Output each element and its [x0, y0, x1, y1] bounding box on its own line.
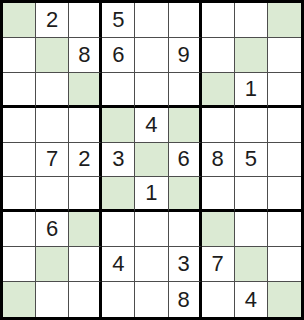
cell-r9c7[interactable]	[202, 282, 235, 317]
cell-r3c2[interactable]	[36, 73, 69, 108]
cell-r1c4-given-5[interactable]: 5	[102, 3, 135, 38]
cell-r8c9[interactable]	[268, 247, 301, 282]
cell-r2c2[interactable]	[36, 38, 69, 73]
cell-r8c8[interactable]	[235, 247, 268, 282]
cell-r4c9[interactable]	[268, 108, 301, 143]
cell-r9c8-given-4[interactable]: 4	[235, 282, 268, 317]
cell-r1c6[interactable]	[169, 3, 202, 38]
cell-r3c4[interactable]	[102, 73, 135, 108]
cell-r8c6-given-3[interactable]: 3	[169, 247, 202, 282]
cell-r1c3[interactable]	[69, 3, 102, 38]
cell-r8c4-given-4[interactable]: 4	[102, 247, 135, 282]
cell-r8c1[interactable]	[3, 247, 36, 282]
cell-r9c1[interactable]	[3, 282, 36, 317]
cell-r1c9[interactable]	[268, 3, 301, 38]
cell-r5c4-given-3[interactable]: 3	[102, 143, 135, 178]
cell-r3c8-given-1[interactable]: 1	[235, 73, 268, 108]
cell-r8c5[interactable]	[135, 247, 168, 282]
cell-r8c2[interactable]	[36, 247, 69, 282]
cell-r8c7-given-7[interactable]: 7	[202, 247, 235, 282]
cell-r4c3[interactable]	[69, 108, 102, 143]
cell-r3c3[interactable]	[69, 73, 102, 108]
cell-r1c1[interactable]	[3, 3, 36, 38]
cell-r6c3[interactable]	[69, 177, 102, 212]
cell-r2c5[interactable]	[135, 38, 168, 73]
cell-r2c4-given-6[interactable]: 6	[102, 38, 135, 73]
cell-r1c7[interactable]	[202, 3, 235, 38]
cell-r5c2-given-7[interactable]: 7	[36, 143, 69, 178]
cell-r8c3[interactable]	[69, 247, 102, 282]
cell-r7c9[interactable]	[268, 212, 301, 247]
cell-r7c1[interactable]	[3, 212, 36, 247]
cell-r1c5[interactable]	[135, 3, 168, 38]
cell-r4c2[interactable]	[36, 108, 69, 143]
cell-r6c9[interactable]	[268, 177, 301, 212]
cell-r9c3[interactable]	[69, 282, 102, 317]
cell-r6c7[interactable]	[202, 177, 235, 212]
cell-r4c7[interactable]	[202, 108, 235, 143]
cell-r6c2[interactable]	[36, 177, 69, 212]
cell-r2c8[interactable]	[235, 38, 268, 73]
cell-r7c7[interactable]	[202, 212, 235, 247]
cell-r5c3-given-2[interactable]: 2	[69, 143, 102, 178]
cell-r7c5[interactable]	[135, 212, 168, 247]
cell-r6c5-given-1[interactable]: 1	[135, 177, 168, 212]
cell-r7c8[interactable]	[235, 212, 268, 247]
cell-r7c6[interactable]	[169, 212, 202, 247]
cell-r1c8[interactable]	[235, 3, 268, 38]
cell-r5c6-given-6[interactable]: 6	[169, 143, 202, 178]
cell-r2c7[interactable]	[202, 38, 235, 73]
cell-r3c5[interactable]	[135, 73, 168, 108]
cell-r3c7[interactable]	[202, 73, 235, 108]
cell-r4c4[interactable]	[102, 108, 135, 143]
cell-r3c9[interactable]	[268, 73, 301, 108]
cell-r7c3[interactable]	[69, 212, 102, 247]
cell-r7c4[interactable]	[102, 212, 135, 247]
cell-r1c2-given-2[interactable]: 2	[36, 3, 69, 38]
cell-r7c2-given-6[interactable]: 6	[36, 212, 69, 247]
cell-r9c9[interactable]	[268, 282, 301, 317]
cell-r2c3-given-8[interactable]: 8	[69, 38, 102, 73]
cell-r2c9[interactable]	[268, 38, 301, 73]
cell-r4c5-given-4[interactable]: 4	[135, 108, 168, 143]
cell-r3c1[interactable]	[3, 73, 36, 108]
cell-r9c2[interactable]	[36, 282, 69, 317]
cell-r5c9[interactable]	[268, 143, 301, 178]
cell-r5c7-given-8[interactable]: 8	[202, 143, 235, 178]
sudoku-board: 25869147236851643784	[0, 0, 304, 320]
cell-r4c8[interactable]	[235, 108, 268, 143]
cell-r9c6-given-8[interactable]: 8	[169, 282, 202, 317]
cell-r9c4[interactable]	[102, 282, 135, 317]
cell-r4c6[interactable]	[169, 108, 202, 143]
cell-r9c5[interactable]	[135, 282, 168, 317]
cell-r2c6-given-9[interactable]: 9	[169, 38, 202, 73]
cell-r5c8-given-5[interactable]: 5	[235, 143, 268, 178]
cell-r3c6[interactable]	[169, 73, 202, 108]
cell-r2c1[interactable]	[3, 38, 36, 73]
cell-r6c6[interactable]	[169, 177, 202, 212]
cell-r6c8[interactable]	[235, 177, 268, 212]
cell-r5c1[interactable]	[3, 143, 36, 178]
cell-r6c1[interactable]	[3, 177, 36, 212]
cell-r4c1[interactable]	[3, 108, 36, 143]
cell-r6c4[interactable]	[102, 177, 135, 212]
cell-r5c5[interactable]	[135, 143, 168, 178]
